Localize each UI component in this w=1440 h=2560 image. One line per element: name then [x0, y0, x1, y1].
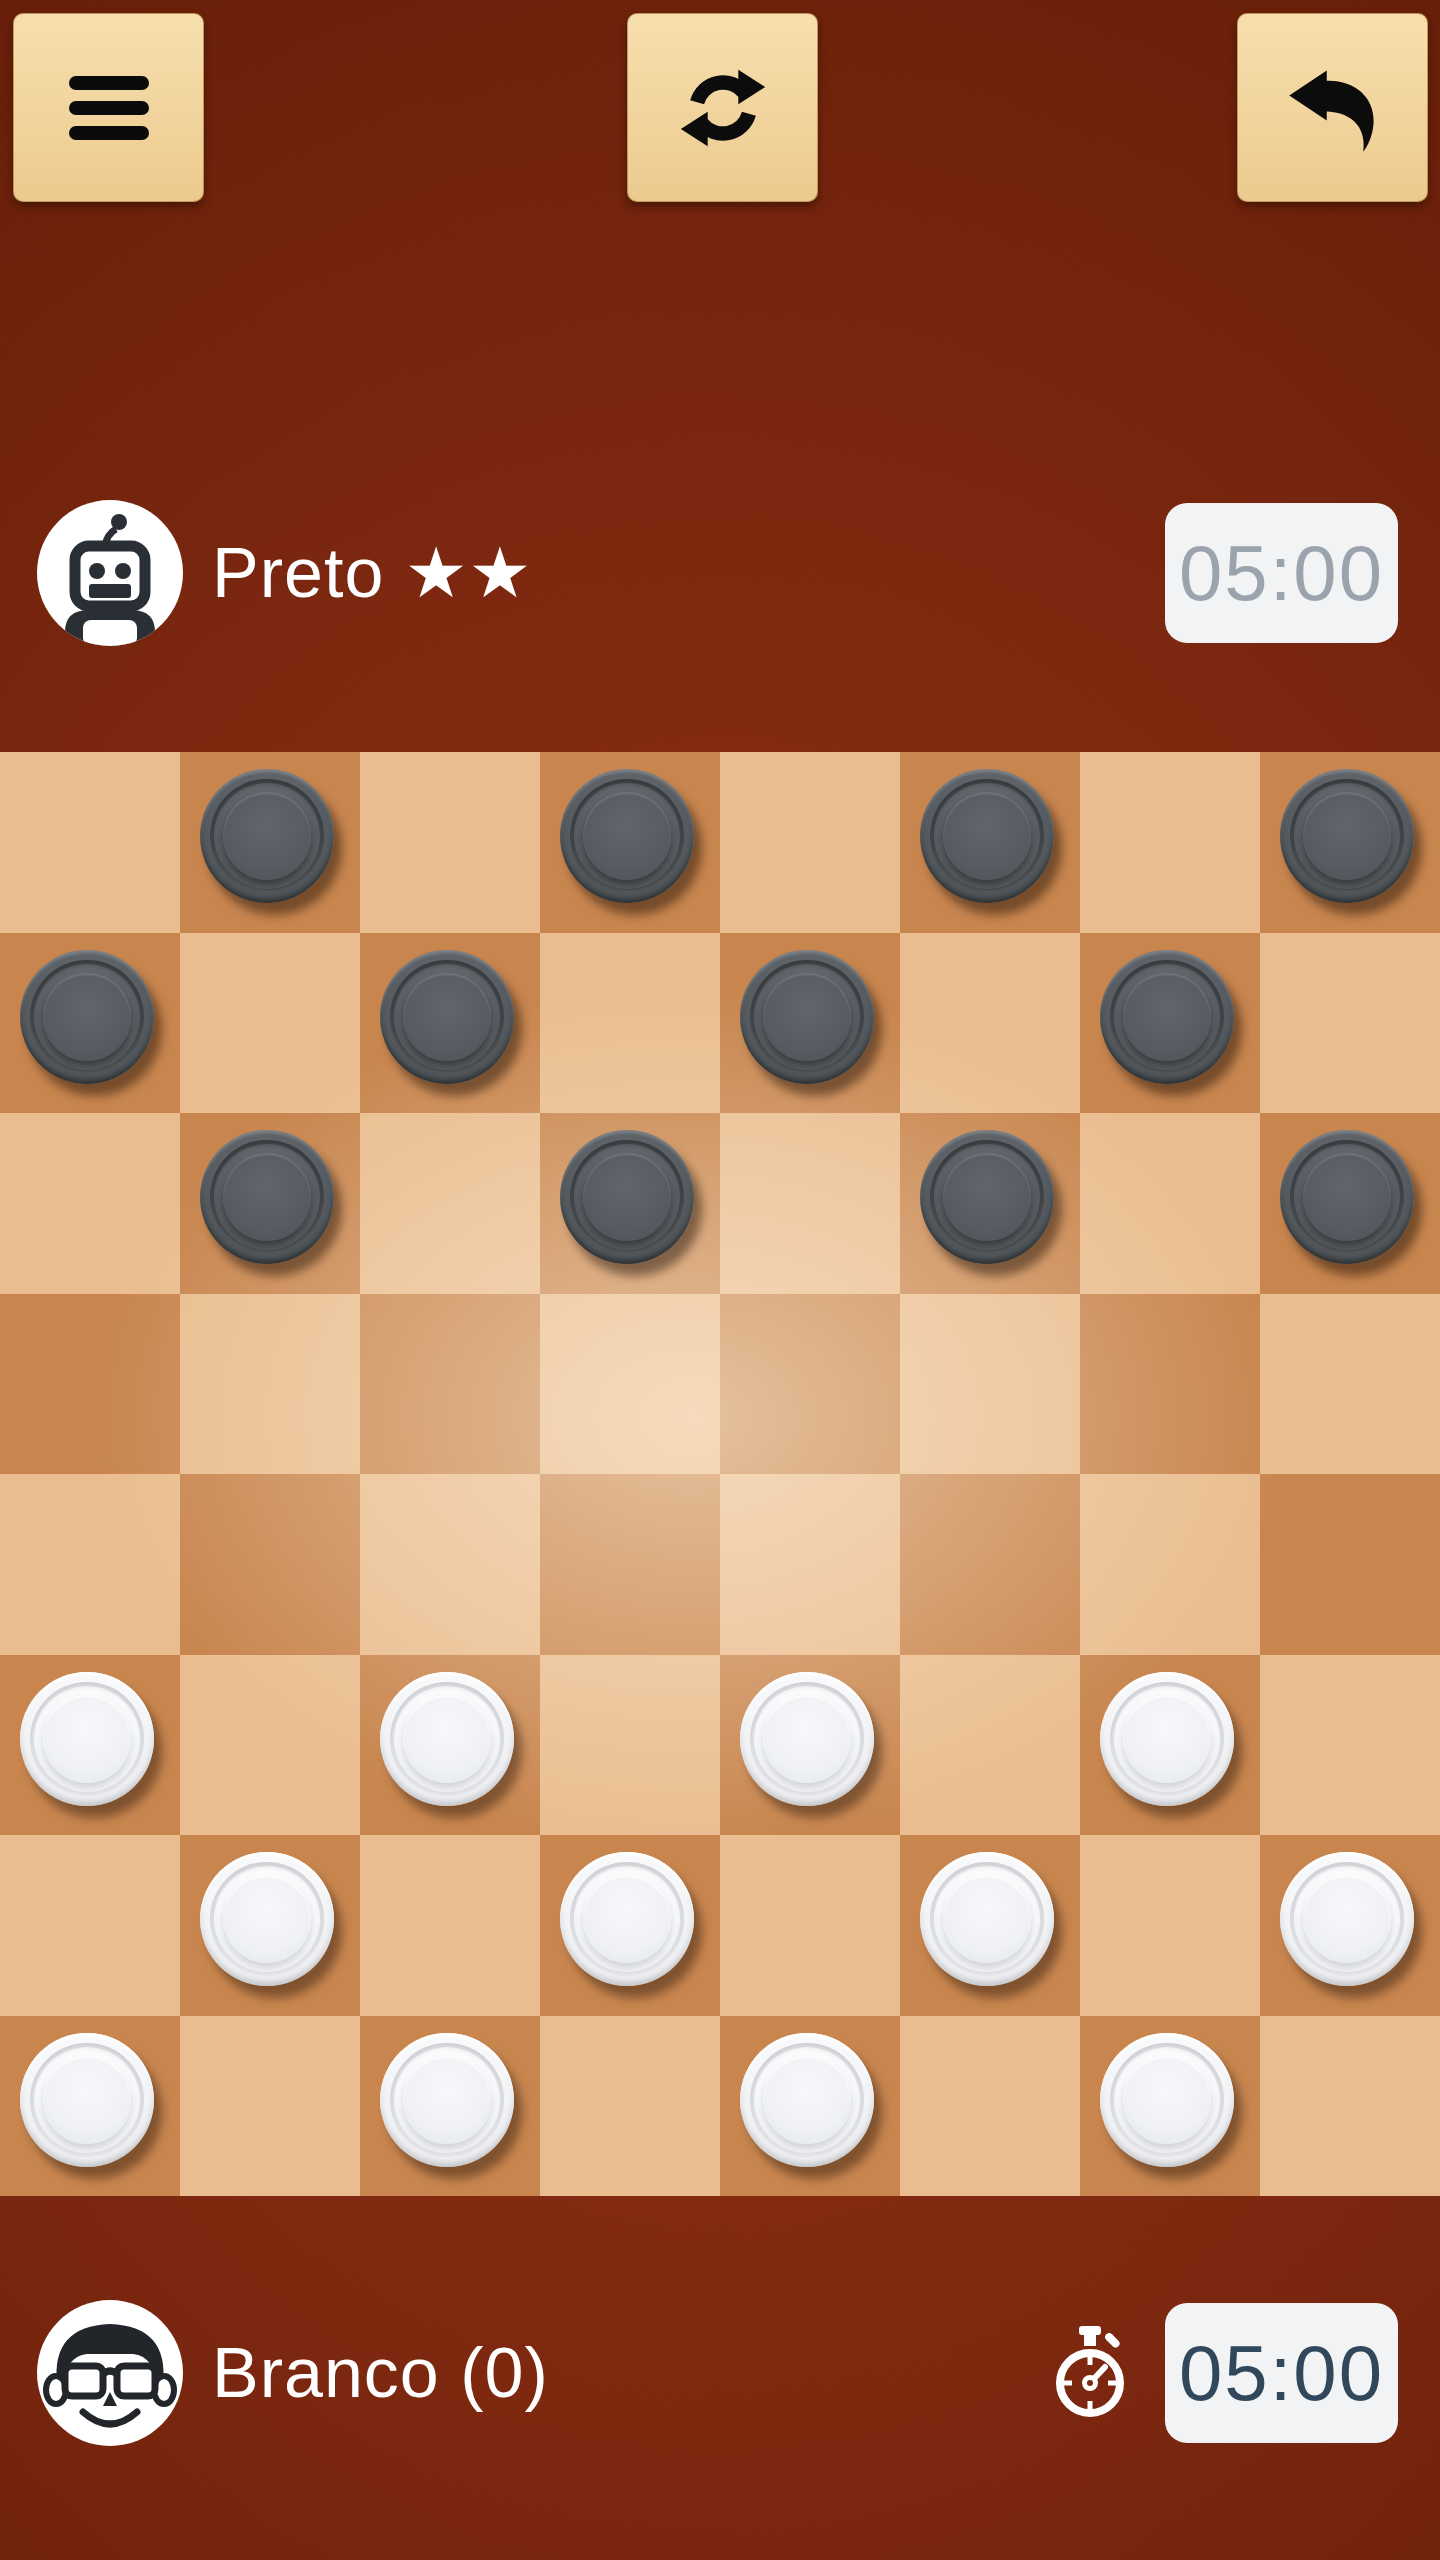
- square-r1c6[interactable]: [900, 752, 1080, 933]
- black-piece[interactable]: [380, 950, 514, 1084]
- square-r1c8[interactable]: [1260, 752, 1440, 933]
- black-piece[interactable]: [1280, 769, 1414, 903]
- square-r8c3[interactable]: [360, 2016, 540, 2197]
- square-r4c3[interactable]: [360, 1294, 540, 1475]
- square-r7c1[interactable]: [0, 1835, 180, 2016]
- square-r2c7[interactable]: [1080, 933, 1260, 1114]
- square-r4c5[interactable]: [720, 1294, 900, 1475]
- square-r6c5[interactable]: [720, 1655, 900, 1836]
- white-piece[interactable]: [740, 2033, 874, 2167]
- black-piece[interactable]: [560, 769, 694, 903]
- square-r5c7[interactable]: [1080, 1474, 1260, 1655]
- square-r2c5[interactable]: [720, 933, 900, 1114]
- square-r2c2[interactable]: [180, 933, 360, 1114]
- black-piece[interactable]: [200, 1130, 334, 1264]
- restart-button[interactable]: [627, 13, 818, 202]
- square-r7c3[interactable]: [360, 1835, 540, 2016]
- square-r2c8[interactable]: [1260, 933, 1440, 1114]
- square-r5c5[interactable]: [720, 1474, 900, 1655]
- black-piece[interactable]: [920, 1130, 1054, 1264]
- square-r2c1[interactable]: [0, 933, 180, 1114]
- square-r6c6[interactable]: [900, 1655, 1080, 1836]
- undo-button[interactable]: [1237, 13, 1428, 202]
- black-piece[interactable]: [1100, 950, 1234, 1084]
- white-piece[interactable]: [20, 1672, 154, 1806]
- square-r7c2[interactable]: [180, 1835, 360, 2016]
- square-r7c7[interactable]: [1080, 1835, 1260, 2016]
- white-piece[interactable]: [20, 2033, 154, 2167]
- square-r8c8[interactable]: [1260, 2016, 1440, 2197]
- player-top-timer: 05:00: [1165, 503, 1398, 643]
- square-r3c6[interactable]: [900, 1113, 1080, 1294]
- refresh-icon: [677, 62, 769, 154]
- square-r3c4[interactable]: [540, 1113, 720, 1294]
- square-r3c2[interactable]: [180, 1113, 360, 1294]
- square-r2c3[interactable]: [360, 933, 540, 1114]
- square-r5c4[interactable]: [540, 1474, 720, 1655]
- white-piece[interactable]: [1100, 2033, 1234, 2167]
- square-r3c5[interactable]: [720, 1113, 900, 1294]
- white-piece[interactable]: [200, 1852, 334, 1986]
- player-bottom-timer: 05:00: [1165, 2303, 1398, 2443]
- robot-avatar: [37, 500, 183, 646]
- square-r7c8[interactable]: [1260, 1835, 1440, 2016]
- square-r5c6[interactable]: [900, 1474, 1080, 1655]
- square-r4c8[interactable]: [1260, 1294, 1440, 1475]
- square-r7c4[interactable]: [540, 1835, 720, 2016]
- square-r4c4[interactable]: [540, 1294, 720, 1475]
- square-r2c6[interactable]: [900, 933, 1080, 1114]
- black-piece[interactable]: [560, 1130, 694, 1264]
- square-r3c1[interactable]: [0, 1113, 180, 1294]
- player-bottom-name: Branco (0): [212, 2300, 549, 2446]
- white-piece[interactable]: [380, 1672, 514, 1806]
- square-r4c1[interactable]: [0, 1294, 180, 1475]
- square-r8c4[interactable]: [540, 2016, 720, 2197]
- human-avatar: [37, 2300, 183, 2446]
- black-piece[interactable]: [740, 950, 874, 1084]
- square-r7c6[interactable]: [900, 1835, 1080, 2016]
- square-r1c5[interactable]: [720, 752, 900, 933]
- white-piece[interactable]: [740, 1672, 874, 1806]
- square-r3c3[interactable]: [360, 1113, 540, 1294]
- black-piece[interactable]: [20, 950, 154, 1084]
- square-r8c2[interactable]: [180, 2016, 360, 2197]
- square-r6c1[interactable]: [0, 1655, 180, 1836]
- square-r2c4[interactable]: [540, 933, 720, 1114]
- square-r3c7[interactable]: [1080, 1113, 1260, 1294]
- square-r4c7[interactable]: [1080, 1294, 1260, 1475]
- square-r1c2[interactable]: [180, 752, 360, 933]
- white-piece[interactable]: [920, 1852, 1054, 1986]
- white-piece[interactable]: [1280, 1852, 1414, 1986]
- black-piece[interactable]: [920, 769, 1054, 903]
- board: [0, 752, 1440, 2196]
- square-r7c5[interactable]: [720, 1835, 900, 2016]
- game-screen: Preto ★★ 05:00 Branco (0): [0, 0, 1440, 2560]
- square-r6c4[interactable]: [540, 1655, 720, 1836]
- square-r5c3[interactable]: [360, 1474, 540, 1655]
- stopwatch-icon: [1052, 2326, 1128, 2424]
- black-piece[interactable]: [200, 769, 334, 903]
- white-piece[interactable]: [1100, 1672, 1234, 1806]
- white-piece[interactable]: [560, 1852, 694, 1986]
- square-r1c1[interactable]: [0, 752, 180, 933]
- square-r8c1[interactable]: [0, 2016, 180, 2197]
- square-r5c2[interactable]: [180, 1474, 360, 1655]
- hamburger-menu-icon: [69, 65, 149, 151]
- square-r8c7[interactable]: [1080, 2016, 1260, 2197]
- timer-value-top: 05:00: [1179, 528, 1384, 619]
- white-piece[interactable]: [380, 2033, 514, 2167]
- square-r1c4[interactable]: [540, 752, 720, 933]
- square-r5c1[interactable]: [0, 1474, 180, 1655]
- square-r8c5[interactable]: [720, 2016, 900, 2197]
- square-r6c7[interactable]: [1080, 1655, 1260, 1836]
- undo-icon: [1283, 58, 1383, 158]
- square-r6c3[interactable]: [360, 1655, 540, 1836]
- square-r4c2[interactable]: [180, 1294, 360, 1475]
- black-piece[interactable]: [1280, 1130, 1414, 1264]
- square-r1c7[interactable]: [1080, 752, 1260, 933]
- square-r6c2[interactable]: [180, 1655, 360, 1836]
- square-r3c8[interactable]: [1260, 1113, 1440, 1294]
- square-r4c6[interactable]: [900, 1294, 1080, 1475]
- player-top-name: Preto ★★: [212, 500, 532, 646]
- menu-button[interactable]: [13, 13, 204, 202]
- square-r5c8[interactable]: [1260, 1474, 1440, 1655]
- square-r1c3[interactable]: [360, 752, 540, 933]
- square-r6c8[interactable]: [1260, 1655, 1440, 1836]
- square-r8c6[interactable]: [900, 2016, 1080, 2197]
- timer-value-bottom: 05:00: [1179, 2328, 1384, 2419]
